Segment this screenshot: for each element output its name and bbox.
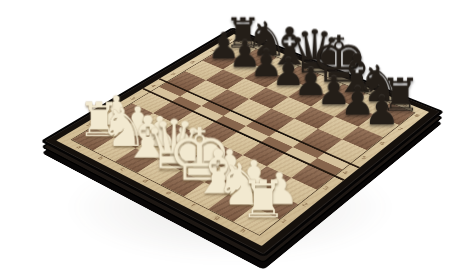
black-queen: ♛: [288, 24, 315, 81]
chess-set-product-photo: abcdefgh abcdefgh 87654321 87654321 ♜♞♝♛…: [0, 0, 450, 276]
black-rook: ♜: [225, 14, 251, 53]
black-king: ♚: [310, 29, 338, 90]
black-bishop: ♝: [266, 22, 293, 71]
black-bishop: ♝: [333, 48, 361, 99]
